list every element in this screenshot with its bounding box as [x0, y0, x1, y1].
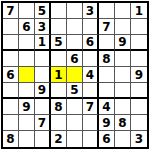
- cell-r9c5[interactable]: [67, 131, 83, 147]
- cell-r6c1[interactable]: [3, 83, 19, 99]
- cell-r2c3[interactable]: 3: [35, 19, 51, 35]
- cell-r6c7[interactable]: [99, 83, 115, 99]
- cell-r4c6[interactable]: [83, 51, 99, 67]
- cell-r6c8[interactable]: [115, 83, 131, 99]
- cell-r3c6[interactable]: 6: [83, 35, 99, 51]
- cell-r5c8[interactable]: [115, 67, 131, 83]
- cell-r8c7[interactable]: 9: [99, 115, 115, 131]
- cell-r1c5[interactable]: [67, 3, 83, 19]
- cell-r8c8[interactable]: 8: [115, 115, 131, 131]
- cell-r9c8[interactable]: [115, 131, 131, 147]
- cell-r4c7[interactable]: 8: [99, 51, 115, 67]
- cell-r7c1[interactable]: [3, 99, 19, 115]
- cell-r1c2[interactable]: [19, 3, 35, 19]
- cell-r7c4[interactable]: 8: [51, 99, 67, 115]
- cell-r1c8[interactable]: [115, 3, 131, 19]
- cell-r8c9[interactable]: [131, 115, 147, 131]
- cell-r2c9[interactable]: [131, 19, 147, 35]
- cell-r6c6[interactable]: [83, 83, 99, 99]
- cell-r9c2[interactable]: [19, 131, 35, 147]
- cell-r6c9[interactable]: [131, 83, 147, 99]
- cell-r9c4[interactable]: 2: [51, 131, 67, 147]
- cell-r8c3[interactable]: 7: [35, 115, 51, 131]
- cell-r3c9[interactable]: [131, 35, 147, 51]
- cell-r1c4[interactable]: [51, 3, 67, 19]
- cell-r8c6[interactable]: [83, 115, 99, 131]
- cell-r9c3[interactable]: [35, 131, 51, 147]
- cell-r7c3[interactable]: [35, 99, 51, 115]
- cell-r1c7[interactable]: [99, 3, 115, 19]
- cell-r3c5[interactable]: [67, 35, 83, 51]
- cell-r5c3[interactable]: [35, 67, 51, 83]
- cell-r1c9[interactable]: 1: [131, 3, 147, 19]
- sudoku-board: 753163715696861499598747988263: [1, 1, 149, 149]
- cell-r4c3[interactable]: [35, 51, 51, 67]
- cell-r8c5[interactable]: [67, 115, 83, 131]
- cell-r6c2[interactable]: [19, 83, 35, 99]
- cell-r8c2[interactable]: [19, 115, 35, 131]
- cell-r6c5[interactable]: 5: [67, 83, 83, 99]
- cell-r2c7[interactable]: 7: [99, 19, 115, 35]
- cell-r2c6[interactable]: [83, 19, 99, 35]
- cell-r7c6[interactable]: 7: [83, 99, 99, 115]
- cell-r8c4[interactable]: [51, 115, 67, 131]
- cell-r1c3[interactable]: 5: [35, 3, 51, 19]
- cell-r1c1[interactable]: 7: [3, 3, 19, 19]
- cell-r9c1[interactable]: 8: [3, 131, 19, 147]
- cell-r7c9[interactable]: [131, 99, 147, 115]
- cell-r4c4[interactable]: [51, 51, 67, 67]
- cell-r9c6[interactable]: [83, 131, 99, 147]
- cell-r3c3[interactable]: 1: [35, 35, 51, 51]
- cell-r5c6[interactable]: 4: [83, 67, 99, 83]
- cell-r6c4[interactable]: [51, 83, 67, 99]
- cell-r9c9[interactable]: 3: [131, 131, 147, 147]
- cell-r5c7[interactable]: [99, 67, 115, 83]
- cell-r1c6[interactable]: 3: [83, 3, 99, 19]
- cell-r3c2[interactable]: [19, 35, 35, 51]
- cell-r2c5[interactable]: [67, 19, 83, 35]
- cell-r2c4[interactable]: [51, 19, 67, 35]
- cell-r4c1[interactable]: [3, 51, 19, 67]
- cell-r5c5[interactable]: [67, 67, 83, 83]
- cell-r7c5[interactable]: [67, 99, 83, 115]
- cell-r5c2[interactable]: [19, 67, 35, 83]
- cell-r7c7[interactable]: 4: [99, 99, 115, 115]
- cell-r7c2[interactable]: 9: [19, 99, 35, 115]
- cell-r9c7[interactable]: 6: [99, 131, 115, 147]
- cell-r4c2[interactable]: [19, 51, 35, 67]
- cell-r6c3[interactable]: 9: [35, 83, 51, 99]
- cell-r2c1[interactable]: [3, 19, 19, 35]
- cell-r5c1[interactable]: 6: [3, 67, 19, 83]
- cell-r2c2[interactable]: 6: [19, 19, 35, 35]
- cell-r5c9[interactable]: 9: [131, 67, 147, 83]
- cell-r8c1[interactable]: [3, 115, 19, 131]
- cell-r4c5[interactable]: 6: [67, 51, 83, 67]
- cell-r5c4[interactable]: 1: [51, 67, 67, 83]
- cell-r4c9[interactable]: [131, 51, 147, 67]
- cell-r7c8[interactable]: [115, 99, 131, 115]
- cell-r3c8[interactable]: 9: [115, 35, 131, 51]
- cell-r3c7[interactable]: [99, 35, 115, 51]
- cell-r3c1[interactable]: [3, 35, 19, 51]
- cell-r3c4[interactable]: 5: [51, 35, 67, 51]
- cell-r2c8[interactable]: [115, 19, 131, 35]
- cell-r4c8[interactable]: [115, 51, 131, 67]
